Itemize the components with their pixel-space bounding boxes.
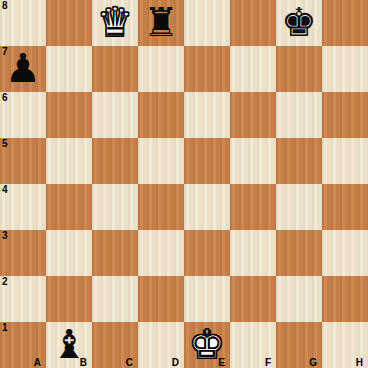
rank-label-3: 3 (2, 230, 8, 242)
square-e3[interactable] (184, 230, 230, 276)
square-c8[interactable]: ♛ (92, 0, 138, 46)
square-f8[interactable] (230, 0, 276, 46)
square-h7[interactable] (322, 46, 368, 92)
square-c5[interactable] (92, 138, 138, 184)
rank-label-2: 2 (2, 276, 8, 288)
square-g8[interactable]: ♚ (276, 0, 322, 46)
square-h4[interactable] (322, 184, 368, 230)
square-d8[interactable]: ♜ (138, 0, 184, 46)
square-g4[interactable] (276, 184, 322, 230)
square-g1[interactable]: G (276, 322, 322, 368)
square-b5[interactable] (46, 138, 92, 184)
square-c6[interactable] (92, 92, 138, 138)
square-a4[interactable]: 4 (0, 184, 46, 230)
file-label-c: C (126, 357, 133, 368)
square-g5[interactable] (276, 138, 322, 184)
square-h6[interactable] (322, 92, 368, 138)
square-g7[interactable] (276, 46, 322, 92)
square-f3[interactable] (230, 230, 276, 276)
square-d1[interactable]: D (138, 322, 184, 368)
rank-label-7: 7 (2, 46, 8, 58)
rank-label-4: 4 (2, 184, 8, 196)
square-b2[interactable] (46, 276, 92, 322)
rank-label-5: 5 (2, 138, 8, 150)
square-d7[interactable] (138, 46, 184, 92)
file-label-a: A (34, 357, 41, 368)
square-b3[interactable] (46, 230, 92, 276)
chess-board: 8♛♜♚7♟654321AB♝CDE♚FGH (0, 0, 368, 368)
square-c2[interactable] (92, 276, 138, 322)
square-e2[interactable] (184, 276, 230, 322)
square-e7[interactable] (184, 46, 230, 92)
square-d2[interactable] (138, 276, 184, 322)
square-b1[interactable]: B♝ (46, 322, 92, 368)
square-e8[interactable] (184, 0, 230, 46)
black-pawn-icon[interactable]: ♟ (5, 45, 41, 91)
square-a8[interactable]: 8 (0, 0, 46, 46)
square-d6[interactable] (138, 92, 184, 138)
square-h1[interactable]: H (322, 322, 368, 368)
square-f6[interactable] (230, 92, 276, 138)
rank-label-8: 8 (2, 0, 8, 12)
square-h2[interactable] (322, 276, 368, 322)
square-f2[interactable] (230, 276, 276, 322)
black-king-icon[interactable]: ♚ (281, 0, 317, 45)
rank-label-6: 6 (2, 92, 8, 104)
square-a1[interactable]: 1A (0, 322, 46, 368)
file-label-d: D (172, 357, 179, 368)
black-rook-icon[interactable]: ♜ (143, 0, 179, 45)
square-g6[interactable] (276, 92, 322, 138)
rank-label-1: 1 (2, 322, 8, 334)
file-label-h: H (356, 357, 363, 368)
square-b6[interactable] (46, 92, 92, 138)
square-c1[interactable]: C (92, 322, 138, 368)
file-label-g: G (309, 357, 317, 368)
square-a5[interactable]: 5 (0, 138, 46, 184)
square-e4[interactable] (184, 184, 230, 230)
square-d5[interactable] (138, 138, 184, 184)
file-label-b: B (80, 357, 87, 368)
square-e5[interactable] (184, 138, 230, 184)
square-h3[interactable] (322, 230, 368, 276)
square-h8[interactable] (322, 0, 368, 46)
square-a6[interactable]: 6 (0, 92, 46, 138)
square-c4[interactable] (92, 184, 138, 230)
square-d3[interactable] (138, 230, 184, 276)
square-e1[interactable]: E♚ (184, 322, 230, 368)
square-d4[interactable] (138, 184, 184, 230)
square-h5[interactable] (322, 138, 368, 184)
square-e6[interactable] (184, 92, 230, 138)
square-f5[interactable] (230, 138, 276, 184)
white-queen-icon[interactable]: ♛ (97, 0, 133, 45)
square-f4[interactable] (230, 184, 276, 230)
square-f1[interactable]: F (230, 322, 276, 368)
square-g2[interactable] (276, 276, 322, 322)
square-b7[interactable] (46, 46, 92, 92)
square-a7[interactable]: 7♟ (0, 46, 46, 92)
square-b8[interactable] (46, 0, 92, 46)
square-g3[interactable] (276, 230, 322, 276)
square-f7[interactable] (230, 46, 276, 92)
square-c3[interactable] (92, 230, 138, 276)
square-b4[interactable] (46, 184, 92, 230)
file-label-e: E (218, 357, 225, 368)
square-c7[interactable] (92, 46, 138, 92)
square-a2[interactable]: 2 (0, 276, 46, 322)
file-label-f: F (265, 357, 271, 368)
square-a3[interactable]: 3 (0, 230, 46, 276)
